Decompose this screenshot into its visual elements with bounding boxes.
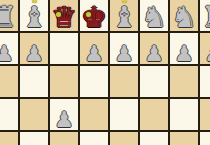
piece-black-pawn: ♟: [140, 43, 168, 65]
square-a6[interactable]: [0, 65, 19, 98]
piece-black-pawn: ♟: [20, 43, 48, 65]
piece-black-bishop: ♝: [110, 3, 138, 32]
square-g5[interactable]: [169, 98, 199, 131]
bishop-gold-tip-accent: [32, 0, 37, 3]
royal-orb-accent: [86, 12, 91, 17]
square-e8[interactable]: ♝: [109, 0, 139, 32]
piece-black-knight: ♞: [170, 3, 198, 32]
piece-black-rook: ♜: [200, 3, 210, 32]
square-g8[interactable]: ♞: [169, 0, 199, 32]
piece-black-pawn: ♟: [170, 43, 198, 65]
piece-black-queen: ♛: [50, 3, 78, 32]
piece-black-pawn: ♟: [110, 43, 138, 65]
square-f6[interactable]: [139, 65, 169, 98]
piece-black-rook: ♜: [0, 3, 18, 32]
piece-black-king: ♚: [80, 3, 108, 32]
square-c5[interactable]: ♟: [49, 98, 79, 131]
square-a8[interactable]: ♜: [0, 0, 19, 32]
square-e6[interactable]: [109, 65, 139, 98]
square-e5[interactable]: [109, 98, 139, 131]
square-c6[interactable]: [49, 65, 79, 98]
square-h5[interactable]: [199, 98, 210, 131]
square-f5[interactable]: [139, 98, 169, 131]
square-e4[interactable]: [109, 131, 139, 145]
square-d8[interactable]: ♚: [79, 0, 109, 32]
square-b4[interactable]: [19, 131, 49, 145]
square-h6[interactable]: [199, 65, 210, 98]
square-d5[interactable]: [79, 98, 109, 131]
piece-black-pawn: ♟: [80, 43, 108, 65]
square-d4[interactable]: [79, 131, 109, 145]
square-f8[interactable]: ♞: [139, 0, 169, 32]
square-b5[interactable]: [19, 98, 49, 131]
square-b8[interactable]: ♝: [19, 0, 49, 32]
piece-black-pawn: ♟: [200, 43, 210, 65]
square-c4[interactable]: [49, 131, 79, 145]
square-c7[interactable]: [49, 32, 79, 65]
square-f4[interactable]: [139, 131, 169, 145]
square-b6[interactable]: [19, 65, 49, 98]
square-h8[interactable]: ♜: [199, 0, 210, 32]
piece-black-knight: ♞: [140, 3, 168, 32]
square-g7[interactable]: ♟: [169, 32, 199, 65]
square-e7[interactable]: ♟: [109, 32, 139, 65]
square-d7[interactable]: ♟: [79, 32, 109, 65]
square-g6[interactable]: [169, 65, 199, 98]
chess-board: ♜♝♛♚♝♞♞♜♟♟♟♟♟♟♟♟: [0, 0, 210, 145]
royal-orb-accent: [56, 12, 61, 17]
piece-black-pawn: ♟: [0, 43, 18, 65]
bishop-gold-tip-accent: [122, 0, 127, 3]
square-h7[interactable]: ♟: [199, 32, 210, 65]
square-h4[interactable]: [199, 131, 210, 145]
square-d6[interactable]: [79, 65, 109, 98]
square-b7[interactable]: ♟: [19, 32, 49, 65]
piece-black-pawn: ♟: [50, 109, 78, 131]
square-a5[interactable]: [0, 98, 19, 131]
square-a7[interactable]: ♟: [0, 32, 19, 65]
piece-black-bishop: ♝: [20, 3, 48, 32]
square-g4[interactable]: [169, 131, 199, 145]
square-f7[interactable]: ♟: [139, 32, 169, 65]
square-a4[interactable]: [0, 131, 19, 145]
square-c8[interactable]: ♛: [49, 0, 79, 32]
chess-game-screen: ♜♝♛♚♝♞♞♜♟♟♟♟♟♟♟♟: [0, 0, 210, 145]
